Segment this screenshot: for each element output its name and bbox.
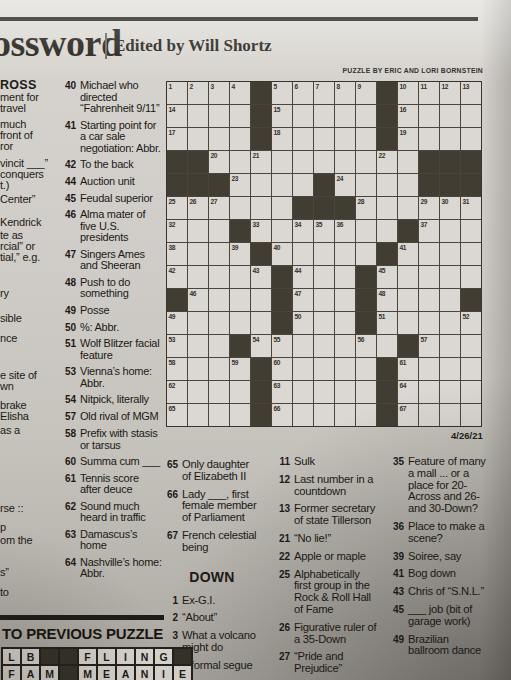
clue: 46Alma mater of five U.S. presidents <box>62 209 162 244</box>
clue-number: 35 <box>390 456 408 468</box>
clue-text: Ex-G.I. <box>182 595 215 607</box>
grid-cell <box>440 358 460 380</box>
puzzle-date: 4/26/21 <box>451 430 483 441</box>
answer-cell-letter: G <box>155 649 172 664</box>
grid-cell: 25 <box>167 197 187 219</box>
clue: 64Nashville’s home: Abbr. <box>62 557 162 580</box>
grid-cell: 59 <box>230 358 250 380</box>
grid-cell <box>398 289 418 311</box>
section-title: ossword <box>0 21 122 65</box>
grid-cell: 29 <box>419 197 439 219</box>
grid-cell <box>293 335 313 357</box>
clue-text: To the back <box>80 159 134 171</box>
grid-cell: 49 <box>167 312 187 334</box>
clue: 41Bog down <box>390 568 488 580</box>
grid-cell <box>398 174 418 196</box>
clue-text: ___ job (bit of garage work) <box>408 604 488 628</box>
grid-cell <box>209 404 229 426</box>
grid-cell-number: 32 <box>169 221 176 228</box>
clue-text-fragment: t.) <box>0 180 9 191</box>
grid-cell: 44 <box>293 266 313 288</box>
grid-cell: 23 <box>230 174 250 196</box>
grid-cell <box>461 335 481 357</box>
clue-text: Former secretary of state Tillerson <box>294 503 378 527</box>
grid-cell-number: 3 <box>211 83 214 90</box>
grid-cell <box>356 151 376 173</box>
grid-cell <box>440 404 460 426</box>
grid-cell: 53 <box>167 335 187 357</box>
grid-cell <box>461 220 481 242</box>
grid-cell <box>314 243 334 265</box>
grid-cell-black <box>440 151 460 173</box>
grid-cell: 39 <box>230 243 250 265</box>
grid-cell-number: 36 <box>337 221 344 228</box>
grid-cell <box>188 128 208 150</box>
clue-text-fragment: Elisha <box>0 411 29 422</box>
grid-cell-black <box>209 174 229 196</box>
grid-cell-number: 56 <box>358 336 365 343</box>
grid-cell <box>419 128 439 150</box>
grid-cell-black <box>356 289 376 311</box>
answer-cell-letter: N <box>136 649 153 664</box>
grid-cell <box>419 404 439 426</box>
clue: 36Place to make a scene? <box>390 521 488 545</box>
grid-cell <box>419 266 439 288</box>
grid-cell-number: 22 <box>379 152 386 159</box>
clue: 21“No lie!” <box>276 533 378 545</box>
grid-cell: 35 <box>314 220 334 242</box>
grid-cell-number: 42 <box>169 267 176 274</box>
crossword-grid: 1234567891011121314151617181920212223242… <box>166 81 482 427</box>
clue-text: Prefix with stasis or tarsus <box>80 428 162 451</box>
bottom-clues-column-2: 11Sulk12Last number in a countdown13Form… <box>276 456 378 675</box>
grid-cell: 48 <box>377 289 397 311</box>
clue-number: 21 <box>276 533 294 545</box>
clue-text-fragment: ry <box>0 288 9 299</box>
clue: 45Feudal superior <box>62 193 162 205</box>
grid-cell-black <box>377 358 397 380</box>
clue: 12Last number in a countdown <box>276 474 378 498</box>
clue-text-fragment: ror <box>0 141 13 152</box>
clue-text-fragment: sible <box>0 313 22 324</box>
grid-cell <box>251 197 271 219</box>
clue: 11Sulk <box>276 456 378 468</box>
grid-cell <box>356 174 376 196</box>
grid-cell <box>293 358 313 380</box>
grid-cell: 21 <box>251 151 271 173</box>
clue-text: Brazilian ballroom dance <box>408 634 488 658</box>
grid-cell-number: 51 <box>379 313 386 320</box>
grid-cell-black <box>167 151 187 173</box>
grid-cell <box>335 289 355 311</box>
grid-cell: 31 <box>461 197 481 219</box>
grid-cell <box>314 151 334 173</box>
grid-cell: 62 <box>167 381 187 403</box>
grid-cell <box>419 289 439 311</box>
clue-text-fragment: Kendrick <box>0 217 41 228</box>
grid-cell-number: 16 <box>400 106 407 113</box>
clue-text: Bog down <box>408 568 456 580</box>
grid-cell-black <box>314 197 334 219</box>
clue-number: 49 <box>62 305 80 317</box>
grid-cell <box>230 381 250 403</box>
grid-cell: 30 <box>440 197 460 219</box>
grid-cell <box>188 243 208 265</box>
grid-cell <box>356 128 376 150</box>
grid-cell-number: 20 <box>211 152 218 159</box>
editor-credit: Edited by Will Shortz <box>114 36 272 56</box>
clue-text-fragment: to <box>0 587 9 598</box>
grid-cell: 47 <box>293 289 313 311</box>
grid-cell-black <box>356 312 376 334</box>
clue-text: French celestial being <box>182 530 260 554</box>
grid-cell-number: 48 <box>379 290 386 297</box>
clue-number: 58 <box>62 428 80 440</box>
clue-text: Alma mater of five U.S. presidents <box>80 209 162 244</box>
grid-cell-black <box>440 174 460 196</box>
clue-text-fragment: om the <box>0 535 32 546</box>
grid-cell: 40 <box>272 243 292 265</box>
clue-text: Wolf Blitzer facial feature <box>80 338 162 361</box>
grid-cell-number: 13 <box>463 83 470 90</box>
grid-cell: 60 <box>272 358 292 380</box>
grid-cell: 54 <box>251 335 271 357</box>
grid-cell-black <box>293 197 313 219</box>
clue: 40Michael who directed “Fahrenheit 9/11” <box>62 80 162 115</box>
clue-text: Chris of “S.N.L.” <box>408 586 484 598</box>
answer-cell-black <box>60 666 77 680</box>
clue-number: 2 <box>164 612 182 624</box>
grid-cell: 52 <box>461 312 481 334</box>
grid-cell-black <box>461 151 481 173</box>
grid-cell-number: 35 <box>316 221 323 228</box>
clue-text: “About” <box>182 612 217 624</box>
grid-cell-number: 11 <box>421 83 427 90</box>
grid-cell-black <box>377 243 397 265</box>
grid-cell-number: 27 <box>211 198 218 205</box>
grid-cell <box>440 312 460 334</box>
grid-cell-number: 37 <box>421 221 428 228</box>
grid-cell <box>188 358 208 380</box>
clue-number: 47 <box>62 249 80 261</box>
clue: 67French celestial being <box>164 530 260 554</box>
grid-cell: 20 <box>209 151 229 173</box>
clue: 47Singers Ames and Sheeran <box>62 249 162 272</box>
grid-cell: 43 <box>251 266 271 288</box>
grid-cell-number: 4 <box>232 83 235 90</box>
masthead-rule <box>0 17 478 21</box>
grid-cell: 16 <box>398 105 418 127</box>
grid-cell-black <box>377 82 397 104</box>
clue: 2“About” <box>164 612 260 624</box>
clue-text: Sound much heard in traffic <box>80 501 162 524</box>
grid-cell-number: 62 <box>169 382 176 389</box>
grid-cell <box>461 105 481 127</box>
grid-cell-black <box>314 174 334 196</box>
clue: 62Sound much heard in traffic <box>62 501 162 524</box>
clue-text: Vienna’s home: Abbr. <box>80 366 162 389</box>
grid-cell: 18 <box>272 128 292 150</box>
grid-cell-number: 15 <box>274 106 281 113</box>
grid-cell: 37 <box>419 220 439 242</box>
grid-cell-number: 47 <box>295 290 302 297</box>
grid-cell <box>419 243 439 265</box>
grid-cell <box>209 128 229 150</box>
grid-cell: 11 <box>419 82 439 104</box>
grid-cell-number: 17 <box>169 129 176 136</box>
grid-cell-black <box>272 312 292 334</box>
grid-cell <box>314 266 334 288</box>
grid-cell <box>230 266 250 288</box>
clue: 49Posse <box>62 305 162 317</box>
clue-text: Tennis score after deuce <box>80 473 162 496</box>
clue: 45___ job (bit of garage work) <box>390 604 488 628</box>
clue-number: 25 <box>276 569 294 581</box>
grid-cell <box>440 243 460 265</box>
answer-cell-letter: I <box>155 666 172 680</box>
grid-cell-black <box>272 266 292 288</box>
grid-cell-number: 10 <box>400 83 407 90</box>
clue-number: 36 <box>390 521 408 533</box>
grid-cell: 10 <box>398 82 418 104</box>
clue: 22Apple or maple <box>276 551 378 563</box>
answer-cell-black <box>60 649 77 664</box>
newspaper-page: ossword Edited by Will Shortz PUZZLE BY … <box>0 0 511 680</box>
clue-text: Apple or maple <box>294 551 366 563</box>
grid-cell <box>272 197 292 219</box>
answer-cell-letter: M <box>41 666 58 680</box>
grid-cell <box>461 381 481 403</box>
grid-cell <box>335 335 355 357</box>
grid-cell <box>251 312 271 334</box>
clue: 51Wolf Blitzer facial feature <box>62 338 162 361</box>
clue-number: 63 <box>62 529 80 541</box>
clue-number: 3 <box>164 630 182 642</box>
grid-cell-number: 67 <box>400 405 407 412</box>
grid-cell <box>209 335 229 357</box>
grid-cell-number: 31 <box>463 198 470 205</box>
grid-cell: 66 <box>272 404 292 426</box>
grid-cell: 13 <box>461 82 481 104</box>
clue-text: Alphabetically first group in the Rock &… <box>294 569 378 616</box>
clue-text-fragment: as a <box>0 425 20 436</box>
grid-cell-number: 61 <box>400 359 407 366</box>
grid-cell <box>209 266 229 288</box>
grid-cell: 15 <box>272 105 292 127</box>
grid-cell-number: 18 <box>274 129 281 136</box>
grid-cell: 56 <box>356 335 376 357</box>
clue-number: 50 <box>62 322 80 334</box>
grid-cell-number: 9 <box>358 83 361 90</box>
clue-number: 61 <box>62 473 80 485</box>
grid-cell <box>230 197 250 219</box>
clue-text: %: Abbr. <box>80 322 119 334</box>
grid-cell <box>461 243 481 265</box>
grid-cell-number: 23 <box>232 175 239 182</box>
grid-cell-number: 26 <box>190 198 197 205</box>
clue-text: Summa cum ___ <box>80 456 160 468</box>
puzzle-byline: PUZZLE BY ERIC AND LORI BORNSTEIN <box>343 67 483 74</box>
grid-cell <box>440 128 460 150</box>
clue: 63Damascus’s home <box>62 529 162 552</box>
grid-cell-black <box>230 335 250 357</box>
grid-cell: 14 <box>167 105 187 127</box>
grid-cell: 51 <box>377 312 397 334</box>
clue-text: Figurative ruler of a 35-Down <box>294 622 378 646</box>
grid-cell <box>293 174 313 196</box>
clue: 50%: Abbr. <box>62 322 162 334</box>
grid-cell: 17 <box>167 128 187 150</box>
clue-text: Nashville’s home: Abbr. <box>80 557 162 580</box>
clue-text: What a volcano might do <box>182 630 260 654</box>
grid-cell <box>398 312 418 334</box>
clue: 35Feature of many a mall ... or a place … <box>390 456 488 515</box>
clue-text: Only daughter of Elizabeth II <box>182 459 260 483</box>
grid-cell <box>188 220 208 242</box>
clue-number: 67 <box>164 530 182 542</box>
clue: 53Vienna’s home: Abbr. <box>62 366 162 389</box>
answer-cell-letter: L <box>98 649 115 664</box>
grid-cell-black <box>419 174 439 196</box>
answer-cell-letter: E <box>98 666 115 680</box>
answer-cell-letter: N <box>136 666 153 680</box>
clue-text: “No lie!” <box>294 533 331 545</box>
grid-cell: 63 <box>272 381 292 403</box>
clue-text: Singers Ames and Sheeran <box>80 249 162 272</box>
grid-cell: 9 <box>356 82 376 104</box>
grid-cell <box>335 105 355 127</box>
clue-text-fragment: rse :: <box>0 503 23 514</box>
across-header-fragment: ROSS <box>0 80 37 91</box>
grid-cell-black <box>167 174 187 196</box>
grid-cell-number: 59 <box>232 359 239 366</box>
clue-number: 26 <box>276 622 294 634</box>
grid-cell <box>440 335 460 357</box>
grid-cell-number: 39 <box>232 244 239 251</box>
grid-cell: 8 <box>335 82 355 104</box>
grid-cell-number: 5 <box>274 83 277 90</box>
grid-cell-black <box>251 82 271 104</box>
clue-text: Feudal superior <box>80 193 153 205</box>
grid-cell: 58 <box>167 358 187 380</box>
grid-cell-black <box>167 289 187 311</box>
clue-text: “Pride and Prejudice” <box>294 651 378 675</box>
grid-cell <box>335 266 355 288</box>
grid-cell <box>419 105 439 127</box>
clue: 66Lady ___, first female member of Parli… <box>164 489 260 524</box>
grid-cell-number: 24 <box>337 175 344 182</box>
grid-cell <box>272 220 292 242</box>
grid-cell <box>188 381 208 403</box>
grid-cell-number: 49 <box>169 313 176 320</box>
grid-cell-black <box>335 197 355 219</box>
grid-cell <box>251 174 271 196</box>
grid-cell: 64 <box>398 381 418 403</box>
clue-text: Starting point for a car sale negotiatio… <box>80 120 162 155</box>
clue-number: 54 <box>62 394 80 406</box>
clue-number: 27 <box>276 651 294 663</box>
grid-cell: 33 <box>251 220 271 242</box>
grid-cell <box>209 289 229 311</box>
grid-cell-number: 33 <box>253 221 260 228</box>
answer-cell-letter: B <box>22 649 39 664</box>
grid-cell-number: 53 <box>169 336 176 343</box>
grid-cell <box>188 105 208 127</box>
grid-cell: 1 <box>167 82 187 104</box>
grid-cell-black <box>188 174 208 196</box>
grid-cell <box>461 128 481 150</box>
grid-cell <box>209 358 229 380</box>
grid-cell-number: 30 <box>442 198 449 205</box>
grid-cell-black <box>377 105 397 127</box>
clue-number: 13 <box>276 503 294 515</box>
clue-number: 44 <box>62 176 80 188</box>
grid-cell-number: 12 <box>442 83 449 90</box>
grid-cell-black <box>251 105 271 127</box>
grid-cell: 67 <box>398 404 418 426</box>
grid-cell: 36 <box>335 220 355 242</box>
grid-cell <box>209 243 229 265</box>
grid-cell <box>335 151 355 173</box>
grid-cell <box>314 289 334 311</box>
answer-cell-letter: A <box>117 666 134 680</box>
clue: 49Brazilian ballroom dance <box>390 634 488 658</box>
clue-text: Old rival of MGM <box>80 411 159 423</box>
grid-cell <box>335 358 355 380</box>
grid-cell <box>209 381 229 403</box>
grid-cell-black <box>461 174 481 196</box>
grid-cell: 19 <box>398 128 418 150</box>
grid-cell <box>230 404 250 426</box>
grid-cell <box>230 289 250 311</box>
grid-cell-number: 6 <box>295 83 298 90</box>
clue: 48Push to do something <box>62 277 162 300</box>
grid-cell: 24 <box>335 174 355 196</box>
grid-cell: 6 <box>293 82 313 104</box>
clue-number: 41 <box>390 568 408 580</box>
grid-cell <box>335 243 355 265</box>
grid-cell: 22 <box>377 151 397 173</box>
grid-cell-number: 43 <box>253 267 260 274</box>
answer-cell-letter: L <box>3 649 20 664</box>
grid-cell <box>398 197 418 219</box>
grid-cell <box>461 266 481 288</box>
clue-number: 66 <box>164 489 182 501</box>
grid-cell <box>335 404 355 426</box>
grid-cell <box>356 404 376 426</box>
clue-text: Push to do something <box>80 277 162 300</box>
grid-cell <box>377 335 397 357</box>
grid-cell-black <box>251 243 271 265</box>
clue-text: Lady ___, first female member of Parliam… <box>182 489 260 524</box>
grid-cell: 4 <box>230 82 250 104</box>
grid-cell <box>398 266 418 288</box>
grid-cell <box>314 381 334 403</box>
grid-cell <box>377 220 397 242</box>
answer-cell-letter: I <box>117 649 134 664</box>
clue-number: 41 <box>62 120 80 132</box>
grid-cell: 50 <box>293 312 313 334</box>
grid-cell <box>356 381 376 403</box>
clue-number: 45 <box>62 193 80 205</box>
clue-number: 57 <box>62 411 80 423</box>
grid-cell-black <box>251 404 271 426</box>
grid-cell-black <box>419 151 439 173</box>
answer-cell-letter: A <box>22 666 39 680</box>
grid-cell-number: 14 <box>169 106 176 113</box>
grid-cell-number: 58 <box>169 359 176 366</box>
grid-cell <box>356 358 376 380</box>
